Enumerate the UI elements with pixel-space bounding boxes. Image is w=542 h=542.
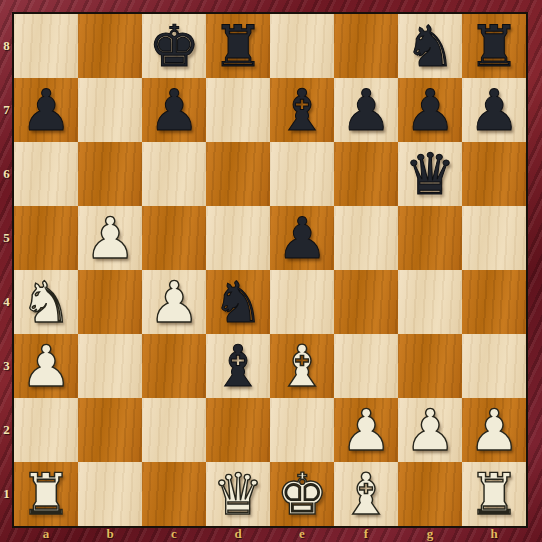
square-g4[interactable] [398,270,462,334]
square-h6[interactable] [462,142,526,206]
piece-black-pawn-e5[interactable]: ♟ [270,206,334,270]
square-e1[interactable]: ♚ [270,462,334,526]
piece-white-pawn-h2[interactable]: ♟ [462,398,526,462]
square-d1[interactable]: ♛ [206,462,270,526]
square-e3[interactable]: ♝ [270,334,334,398]
file-label-b: b [78,526,142,542]
square-d6[interactable] [206,142,270,206]
piece-black-bishop-e7[interactable]: ♝ [270,78,334,142]
piece-white-pawn-g2[interactable]: ♟ [398,398,462,462]
file-label-g: g [398,526,462,542]
square-h5[interactable] [462,206,526,270]
square-a6[interactable] [14,142,78,206]
square-f7[interactable]: ♟ [334,78,398,142]
file-label-h: h [462,526,526,542]
piece-white-pawn-f2[interactable]: ♟ [334,398,398,462]
square-h8[interactable]: ♜ [462,14,526,78]
piece-black-rook-h8[interactable]: ♜ [462,14,526,78]
square-d2[interactable] [206,398,270,462]
file-label-c: c [142,526,206,542]
square-c2[interactable] [142,398,206,462]
square-g6[interactable]: ♛ [398,142,462,206]
file-label-e: e [270,526,334,542]
piece-black-pawn-a7[interactable]: ♟ [14,78,78,142]
rank-label-7: 7 [0,78,13,142]
square-b5[interactable]: ♟ [78,206,142,270]
square-b2[interactable] [78,398,142,462]
square-e2[interactable] [270,398,334,462]
square-d7[interactable] [206,78,270,142]
square-g7[interactable]: ♟ [398,78,462,142]
rank-label-4: 4 [0,270,13,334]
square-c7[interactable]: ♟ [142,78,206,142]
rank-label-8: 8 [0,14,13,78]
piece-white-pawn-c4[interactable]: ♟ [142,270,206,334]
file-label-d: d [206,526,270,542]
square-f2[interactable]: ♟ [334,398,398,462]
square-f5[interactable] [334,206,398,270]
square-e7[interactable]: ♝ [270,78,334,142]
piece-white-knight-a4[interactable]: ♞ [14,270,78,334]
rank-label-6: 6 [0,142,13,206]
square-h2[interactable]: ♟ [462,398,526,462]
square-d3[interactable]: ♝ [206,334,270,398]
piece-white-queen-d1[interactable]: ♛ [206,462,270,526]
square-f1[interactable]: ♝ [334,462,398,526]
chess-board-screenshot: ♚♜♞♜♟♟♝♟♟♟♛♟♟♞♟♞♟♝♝♟♟♟♜♛♚♝♜ 87654321abcd… [0,0,542,542]
piece-black-bishop-d3[interactable]: ♝ [206,334,270,398]
square-a2[interactable] [14,398,78,462]
square-b8[interactable] [78,14,142,78]
rank-label-3: 3 [0,334,13,398]
piece-black-pawn-g7[interactable]: ♟ [398,78,462,142]
rank-label-1: 1 [0,462,13,526]
square-a1[interactable]: ♜ [14,462,78,526]
square-a4[interactable]: ♞ [14,270,78,334]
piece-black-king-c8[interactable]: ♚ [142,14,206,78]
piece-black-knight-g8[interactable]: ♞ [398,14,462,78]
square-g1[interactable] [398,462,462,526]
piece-white-bishop-e3[interactable]: ♝ [270,334,334,398]
square-d4[interactable]: ♞ [206,270,270,334]
square-c6[interactable] [142,142,206,206]
piece-black-queen-g6[interactable]: ♛ [398,142,462,206]
square-f8[interactable] [334,14,398,78]
square-e4[interactable] [270,270,334,334]
square-a5[interactable] [14,206,78,270]
piece-black-pawn-c7[interactable]: ♟ [142,78,206,142]
square-h4[interactable] [462,270,526,334]
square-g3[interactable] [398,334,462,398]
square-e6[interactable] [270,142,334,206]
square-a8[interactable] [14,14,78,78]
square-c3[interactable] [142,334,206,398]
square-b7[interactable] [78,78,142,142]
piece-white-pawn-a3[interactable]: ♟ [14,334,78,398]
square-d8[interactable]: ♜ [206,14,270,78]
file-label-f: f [334,526,398,542]
piece-black-pawn-h7[interactable]: ♟ [462,78,526,142]
piece-white-pawn-b5[interactable]: ♟ [78,206,142,270]
piece-black-pawn-f7[interactable]: ♟ [334,78,398,142]
square-c8[interactable]: ♚ [142,14,206,78]
piece-black-rook-d8[interactable]: ♜ [206,14,270,78]
square-f4[interactable] [334,270,398,334]
square-b3[interactable] [78,334,142,398]
piece-white-rook-h1[interactable]: ♜ [462,462,526,526]
square-c4[interactable]: ♟ [142,270,206,334]
square-f6[interactable] [334,142,398,206]
piece-white-bishop-f1[interactable]: ♝ [334,462,398,526]
rank-label-2: 2 [0,398,13,462]
square-h3[interactable] [462,334,526,398]
square-c5[interactable] [142,206,206,270]
square-g5[interactable] [398,206,462,270]
square-h7[interactable]: ♟ [462,78,526,142]
square-g2[interactable]: ♟ [398,398,462,462]
piece-white-king-e1[interactable]: ♚ [270,462,334,526]
square-e8[interactable] [270,14,334,78]
chess-board: ♚♜♞♜♟♟♝♟♟♟♛♟♟♞♟♞♟♝♝♟♟♟♜♛♚♝♜ [14,14,526,526]
file-label-a: a [14,526,78,542]
square-b4[interactable] [78,270,142,334]
square-f3[interactable] [334,334,398,398]
square-e5[interactable]: ♟ [270,206,334,270]
square-a3[interactable]: ♟ [14,334,78,398]
square-d5[interactable] [206,206,270,270]
square-g8[interactable]: ♞ [398,14,462,78]
rank-label-5: 5 [0,206,13,270]
square-c1[interactable] [142,462,206,526]
piece-black-knight-d4[interactable]: ♞ [206,270,270,334]
square-a7[interactable]: ♟ [14,78,78,142]
square-b6[interactable] [78,142,142,206]
square-b1[interactable] [78,462,142,526]
piece-white-rook-a1[interactable]: ♜ [14,462,78,526]
square-h1[interactable]: ♜ [462,462,526,526]
